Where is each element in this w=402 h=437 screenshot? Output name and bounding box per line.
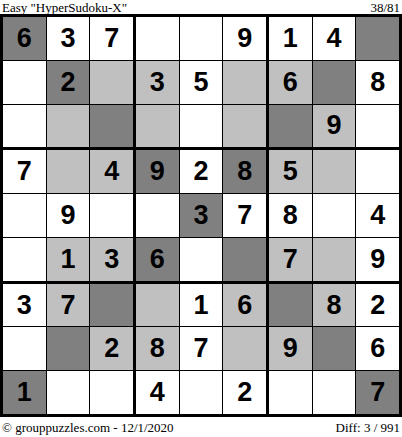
cell-r8c4: 8: [136, 327, 179, 370]
cell-r7c6: 6: [223, 284, 266, 327]
box-r1c1: 6372: [3, 17, 133, 147]
cell-r6c6[interactable]: [223, 238, 266, 281]
cell-r5c2: 9: [47, 194, 90, 237]
cell-r3c5[interactable]: [180, 105, 223, 148]
cell-r4c6: 8: [223, 150, 266, 193]
cell-r6c9: 9: [356, 238, 399, 281]
cell-r7c8: 8: [313, 284, 356, 327]
cell-r9c6: 2: [223, 371, 266, 414]
cell-r8c5: 7: [180, 327, 223, 370]
cell-r5c1[interactable]: [3, 194, 46, 237]
box-r3c1: 3721: [3, 284, 133, 414]
cell-r4c7: 5: [269, 150, 312, 193]
cell-r1c4[interactable]: [136, 17, 179, 60]
footer: © grouppuzzles.com - 12/1/2020 Diff: 3 /…: [0, 417, 402, 437]
cell-r7c5: 1: [180, 284, 223, 327]
cell-r7c7[interactable]: [269, 284, 312, 327]
cell-r9c5[interactable]: [180, 371, 223, 414]
cell-r7c3[interactable]: [90, 284, 133, 327]
cell-r5c8[interactable]: [313, 194, 356, 237]
cell-r1c8: 4: [313, 17, 356, 60]
cell-r6c4: 6: [136, 238, 179, 281]
cell-r4c9[interactable]: [356, 150, 399, 193]
cell-r9c4: 4: [136, 371, 179, 414]
cell-r8c7: 9: [269, 327, 312, 370]
box-r3c3: 82967: [269, 284, 399, 414]
sudoku-board: 6372935146897491392837658479372116874282…: [0, 14, 402, 417]
cell-r3c9[interactable]: [356, 105, 399, 148]
header: Easy "HyperSudoku-X" 38/81: [0, 0, 402, 14]
cell-r5c6: 7: [223, 194, 266, 237]
box-r3c2: 168742: [136, 284, 266, 414]
cell-r9c3[interactable]: [90, 371, 133, 414]
cell-r9c1: 1: [3, 371, 46, 414]
cell-r3c1[interactable]: [3, 105, 46, 148]
cell-r4c2[interactable]: [47, 150, 90, 193]
cell-r7c2: 7: [47, 284, 90, 327]
cell-r5c7: 8: [269, 194, 312, 237]
difficulty-text: Diff: 3 / 991: [336, 420, 400, 436]
cell-r6c5[interactable]: [180, 238, 223, 281]
cell-r4c8[interactable]: [313, 150, 356, 193]
cell-r6c1[interactable]: [3, 238, 46, 281]
cell-r2c7: 6: [269, 61, 312, 104]
cell-r8c2[interactable]: [47, 327, 90, 370]
cell-r3c7[interactable]: [269, 105, 312, 148]
box-r2c2: 928376: [136, 150, 266, 280]
cell-r5c4[interactable]: [136, 194, 179, 237]
copyright-text: © grouppuzzles.com - 12/1/2020: [2, 420, 174, 436]
cell-r2c2: 2: [47, 61, 90, 104]
cell-r4c3: 4: [90, 150, 133, 193]
cell-r7c4[interactable]: [136, 284, 179, 327]
cell-r9c2[interactable]: [47, 371, 90, 414]
cell-r9c9: 7: [356, 371, 399, 414]
box-r2c3: 58479: [269, 150, 399, 280]
cell-r2c6[interactable]: [223, 61, 266, 104]
cell-r1c9[interactable]: [356, 17, 399, 60]
cell-r6c2: 1: [47, 238, 90, 281]
cell-r8c9: 6: [356, 327, 399, 370]
cell-r8c1[interactable]: [3, 327, 46, 370]
cell-r1c7: 1: [269, 17, 312, 60]
cell-r2c3[interactable]: [90, 61, 133, 104]
cell-r2c1[interactable]: [3, 61, 46, 104]
cell-r3c3[interactable]: [90, 105, 133, 148]
cell-r4c5: 2: [180, 150, 223, 193]
box-r1c3: 14689: [269, 17, 399, 147]
cell-r3c6[interactable]: [223, 105, 266, 148]
cell-r4c4: 9: [136, 150, 179, 193]
cell-r6c8[interactable]: [313, 238, 356, 281]
cell-r6c7: 7: [269, 238, 312, 281]
cell-r3c4[interactable]: [136, 105, 179, 148]
cell-r1c5[interactable]: [180, 17, 223, 60]
box-r1c2: 935: [136, 17, 266, 147]
cell-r6c3: 3: [90, 238, 133, 281]
cell-r3c8: 9: [313, 105, 356, 148]
cell-r8c3: 2: [90, 327, 133, 370]
cell-r5c3[interactable]: [90, 194, 133, 237]
cell-r1c3: 7: [90, 17, 133, 60]
cell-r9c8[interactable]: [313, 371, 356, 414]
cell-r2c4: 3: [136, 61, 179, 104]
cell-r8c6[interactable]: [223, 327, 266, 370]
cell-r1c2: 3: [47, 17, 90, 60]
cell-r4c1: 7: [3, 150, 46, 193]
cell-r3c2[interactable]: [47, 105, 90, 148]
puzzle-title: Easy "HyperSudoku-X": [2, 1, 127, 14]
progress-counter: 38/81: [370, 1, 400, 14]
cell-r8c8[interactable]: [313, 327, 356, 370]
cell-r1c6: 9: [223, 17, 266, 60]
cell-r9c7[interactable]: [269, 371, 312, 414]
box-r2c1: 74913: [3, 150, 133, 280]
cell-r7c9: 2: [356, 284, 399, 327]
cell-r7c1: 3: [3, 284, 46, 327]
puzzle-page: Easy "HyperSudoku-X" 38/81 6372935146897…: [0, 0, 402, 437]
cell-r2c5: 5: [180, 61, 223, 104]
cell-r5c5: 3: [180, 194, 223, 237]
cell-r1c1: 6: [3, 17, 46, 60]
cell-r2c8[interactable]: [313, 61, 356, 104]
cell-r2c9: 8: [356, 61, 399, 104]
cell-r5c9: 4: [356, 194, 399, 237]
